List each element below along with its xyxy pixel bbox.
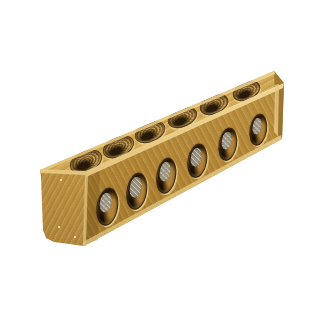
wire-port-4	[185, 142, 209, 179]
block-front-face	[0, 0, 320, 320]
dust-speck-1	[60, 179, 62, 181]
wire-port-2	[124, 171, 150, 211]
set-screw-glint	[220, 131, 233, 151]
dust-speck-3	[74, 236, 76, 238]
product-photo	[0, 0, 320, 320]
wire-port-1	[93, 186, 120, 227]
wire-port-5	[216, 127, 239, 163]
set-screw-glint	[98, 191, 114, 214]
wire-port-3	[154, 157, 179, 195]
dust-speck-2	[58, 226, 60, 228]
set-screw-glint	[128, 176, 143, 198]
set-screw-glint	[158, 161, 172, 182]
set-screw-glint	[251, 117, 263, 136]
wire-port-6	[247, 113, 269, 147]
set-screw-glint	[189, 147, 203, 167]
